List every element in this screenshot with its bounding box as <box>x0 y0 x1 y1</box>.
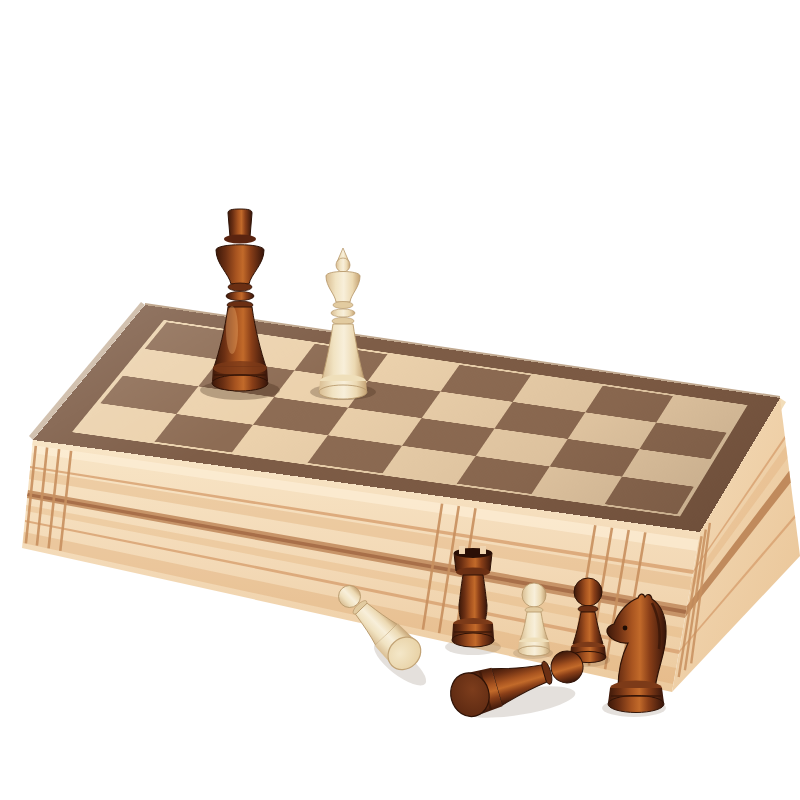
dark-pawn-piece[interactable] <box>570 578 606 663</box>
chess-set-product-photo <box>0 0 800 800</box>
light-pawn-lying-piece[interactable] <box>329 576 427 676</box>
dark-rook-piece[interactable] <box>452 546 494 647</box>
chess-pieces-layer <box>0 0 800 800</box>
dark-pawn-lying-piece[interactable] <box>446 641 589 721</box>
dark-king-piece[interactable] <box>212 209 268 391</box>
light-queen-piece[interactable] <box>319 248 367 399</box>
dark-knight-piece[interactable] <box>607 594 666 712</box>
light-pawn-piece[interactable] <box>518 583 550 656</box>
